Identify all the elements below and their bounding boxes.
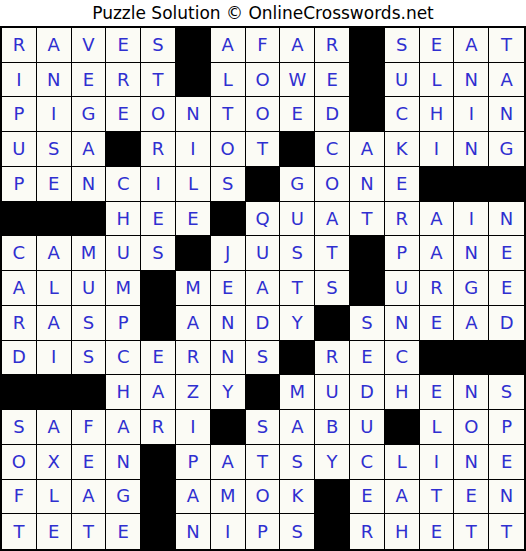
grid-cell: E [489,236,524,271]
grid-cell: S [280,514,315,549]
grid-cell: N [211,341,246,376]
grid-cell: D [246,306,281,341]
grid-cell: E [315,63,350,98]
grid-cell: R [420,271,455,306]
grid-cell: H [420,97,455,132]
black-cell [489,341,524,376]
grid-cell: N [454,236,489,271]
black-cell [72,375,107,410]
grid-cell: Y [211,375,246,410]
grid-cell: E [211,271,246,306]
grid-cell: B [315,410,350,445]
grid-cell: A [280,28,315,63]
grid-cell: E [72,445,107,480]
grid-cell: R [315,28,350,63]
grid-cell: A [176,480,211,515]
grid-cell: M [280,375,315,410]
grid-cell: R [106,63,141,98]
grid-cell: O [211,132,246,167]
black-cell [106,132,141,167]
grid-cell: I [211,514,246,549]
grid-cell: K [385,132,420,167]
black-cell [420,167,455,202]
grid-cell: O [2,445,37,480]
grid-cell: U [246,236,281,271]
grid-cell: O [246,480,281,515]
grid-cell: I [141,167,176,202]
grid-cell: I [176,410,211,445]
grid-cell: N [489,480,524,515]
grid-cell: C [315,132,350,167]
grid-cell: P [246,514,281,549]
grid-cell: E [489,271,524,306]
grid-cell: E [280,97,315,132]
grid-cell: A [37,306,72,341]
grid-cell: T [420,480,455,515]
grid-cell: I [454,202,489,237]
grid-cell: I [2,63,37,98]
grid-cell: H [385,375,420,410]
grid-cell: L [211,63,246,98]
grid-cell: S [246,410,281,445]
grid-cell: T [489,28,524,63]
grid-cell: T [2,514,37,549]
grid-cell: A [280,410,315,445]
black-cell [141,445,176,480]
grid-cell: A [420,236,455,271]
grid-cell: A [420,202,455,237]
grid-cell: N [37,63,72,98]
black-cell [141,480,176,515]
grid-cell: I [454,97,489,132]
grid-cell: M [176,271,211,306]
grid-cell: G [489,132,524,167]
grid-cell: R [141,132,176,167]
grid-cell: U [385,63,420,98]
grid-cell: S [2,410,37,445]
grid-cell: S [489,375,524,410]
grid-cell: S [246,341,281,376]
grid-cell: E [37,514,72,549]
black-cell [280,341,315,376]
grid-cell: Y [280,306,315,341]
black-cell [454,341,489,376]
grid-cell: L [385,445,420,480]
black-cell [141,306,176,341]
grid-cell: D [350,375,385,410]
grid-cell: C [106,167,141,202]
grid-cell: P [2,167,37,202]
grid-cell: A [211,28,246,63]
grid-cell: R [176,341,211,376]
grid-cell: A [489,63,524,98]
black-cell [315,514,350,549]
grid-cell: A [37,236,72,271]
grid-cell: O [246,97,281,132]
grid-cell: R [350,514,385,549]
grid-cell: A [106,410,141,445]
grid-cell: E [420,514,455,549]
grid-cell: A [72,132,107,167]
grid-cell: I [176,132,211,167]
grid-cell: N [72,167,107,202]
grid-cell: L [37,271,72,306]
grid-cell: N [454,132,489,167]
black-cell [280,132,315,167]
grid-cell: E [385,167,420,202]
grid-cell: E [420,306,455,341]
grid-cell: D [489,306,524,341]
grid-cell: O [454,410,489,445]
grid-cell: N [489,97,524,132]
grid-cell: M [72,236,107,271]
black-cell [72,202,107,237]
grid-cell: N [385,306,420,341]
grid-cell: N [489,202,524,237]
grid-cell: A [72,480,107,515]
grid-cell: H [106,202,141,237]
grid-cell: S [315,271,350,306]
grid-cell: S [211,167,246,202]
grid-cell: A [37,28,72,63]
grid-cell: O [246,63,281,98]
black-cell [350,236,385,271]
grid-cell: N [176,514,211,549]
grid-cell: R [315,341,350,376]
grid-cell: N [350,167,385,202]
grid-cell: O [141,97,176,132]
grid-cell: F [246,28,281,63]
black-cell [315,306,350,341]
grid-cell: N [454,375,489,410]
grid-cell: H [385,514,420,549]
grid-cell: M [106,271,141,306]
grid-cell: S [37,132,72,167]
black-cell [141,514,176,549]
grid-cell: D [315,97,350,132]
grid-cell: S [141,28,176,63]
black-cell [489,167,524,202]
grid-cell: L [420,63,455,98]
grid-cell: L [37,480,72,515]
black-cell [315,480,350,515]
grid-cell: S [280,236,315,271]
grid-cell: E [350,341,385,376]
black-cell [2,202,37,237]
crossword-grid: RAVESAFARSEATINERTLOWEULNAPIGEONTOEDCHIN… [0,26,526,551]
grid-cell: I [37,97,72,132]
grid-cell: K [280,480,315,515]
grid-cell: O [315,167,350,202]
grid-cell: R [2,306,37,341]
grid-cell: E [141,341,176,376]
grid-cell: N [454,63,489,98]
grid-cell: N [106,445,141,480]
grid-cell: G [280,167,315,202]
grid-cell: A [350,132,385,167]
grid-cell: A [385,480,420,515]
grid-cell: Z [176,375,211,410]
grid-cell: I [420,445,455,480]
grid-cell: C [2,236,37,271]
grid-cell: E [489,445,524,480]
black-cell [246,167,281,202]
grid-cell: S [385,28,420,63]
grid-cell: E [420,375,455,410]
grid-cell: A [2,271,37,306]
grid-cell: A [246,271,281,306]
grid-cell: E [176,202,211,237]
black-cell [176,28,211,63]
grid-cell: E [454,480,489,515]
grid-cell: S [141,236,176,271]
black-cell [141,271,176,306]
puzzle-page: Puzzle Solution © OnlineCrosswords.net R… [0,0,526,551]
page-title: Puzzle Solution © OnlineCrosswords.net [92,3,434,23]
black-cell [385,410,420,445]
grid-cell: A [37,410,72,445]
grid-cell: U [350,410,385,445]
grid-cell: A [141,375,176,410]
grid-cell: D [2,341,37,376]
title-bar: Puzzle Solution © OnlineCrosswords.net [0,0,526,26]
grid-cell: T [315,236,350,271]
grid-cell: R [2,28,37,63]
grid-cell: A [211,445,246,480]
grid-cell: R [141,410,176,445]
grid-cell: L [420,410,455,445]
grid-cell: G [106,480,141,515]
grid-cell: H [106,375,141,410]
grid-cell: G [72,97,107,132]
grid-cell: T [489,514,524,549]
grid-cell: U [315,375,350,410]
grid-cell: C [385,97,420,132]
grid-cell: L [176,167,211,202]
black-cell [176,236,211,271]
black-cell [350,271,385,306]
grid-cell: N [454,445,489,480]
grid-cell: U [2,132,37,167]
black-cell [350,28,385,63]
black-cell [246,375,281,410]
black-cell [37,202,72,237]
grid-cell: S [350,306,385,341]
grid-cell: P [176,445,211,480]
grid-cell: U [385,271,420,306]
black-cell [37,375,72,410]
grid-cell: E [420,28,455,63]
black-cell [211,410,246,445]
grid-cell: C [106,341,141,376]
grid-cell: T [350,202,385,237]
grid-cell: T [454,514,489,549]
grid-cell: S [72,306,107,341]
grid-cell: T [280,271,315,306]
grid-cell: I [420,132,455,167]
black-cell [176,63,211,98]
grid-cell: R [385,202,420,237]
grid-cell: N [211,306,246,341]
grid-cell: T [72,514,107,549]
grid-cell: X [37,445,72,480]
grid-cell: S [72,341,107,376]
grid-cell: U [106,236,141,271]
grid-cell: Y [315,445,350,480]
grid-cell: M [211,480,246,515]
grid-cell: T [141,63,176,98]
grid-cell: J [211,236,246,271]
grid-cell: E [141,202,176,237]
grid-cell: Q [246,202,281,237]
grid-cell: A [176,306,211,341]
black-cell [420,341,455,376]
grid-cell: F [2,480,37,515]
grid-cell: F [72,410,107,445]
grid-cell: E [350,480,385,515]
grid-cell: W [280,63,315,98]
black-cell [350,63,385,98]
grid-cell: S [280,445,315,480]
grid-cell: A [454,306,489,341]
grid-cell: C [385,341,420,376]
black-cell [454,167,489,202]
black-cell [350,97,385,132]
grid-cell: U [280,202,315,237]
grid-cell: P [106,306,141,341]
grid-cell: N [176,97,211,132]
grid-cell: I [37,341,72,376]
grid-cell: A [315,202,350,237]
grid-cell: C [350,445,385,480]
black-cell [211,202,246,237]
black-cell [2,375,37,410]
grid-cell: P [489,410,524,445]
grid-cell: E [106,97,141,132]
grid-cell: E [37,167,72,202]
grid-cell: P [2,97,37,132]
grid-cell: E [106,28,141,63]
grid-cell: E [72,63,107,98]
grid-cell: T [211,97,246,132]
grid-cell: P [385,236,420,271]
grid-cell: G [454,271,489,306]
grid-cell: A [454,28,489,63]
grid-cell: E [106,514,141,549]
grid-cell: U [72,271,107,306]
grid-cell: T [246,445,281,480]
grid-cell: T [246,132,281,167]
grid-cell: V [72,28,107,63]
